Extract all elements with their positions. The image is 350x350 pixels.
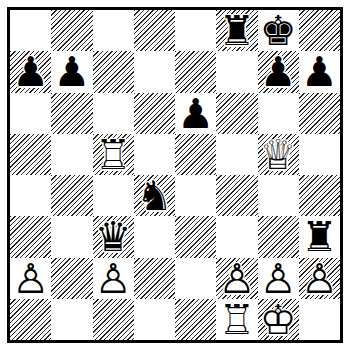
square-e5[interactable] [175,134,216,175]
square-g4[interactable] [258,175,299,216]
square-c5[interactable]: ♜♖ [93,134,134,175]
square-b4[interactable] [51,175,92,216]
board-frame: ♜♚♟♟♟♟♟♜♖♛♕♞♛♜♟♙♟♙♟♙♟♙♟♙♜♖♚♔ [7,7,343,343]
square-g2[interactable]: ♟♙ [258,258,299,299]
square-d3[interactable] [134,216,175,257]
square-c8[interactable] [93,10,134,51]
piece-white-pawn[interactable]: ♙ [299,258,340,299]
square-d2[interactable] [134,258,175,299]
square-d6[interactable] [134,93,175,134]
square-b3[interactable] [51,216,92,257]
piece-black-pawn[interactable]: ♟ [299,51,340,92]
square-d5[interactable] [134,134,175,175]
chess-diagram: ♜♚♟♟♟♟♟♜♖♛♕♞♛♜♟♙♟♙♟♙♟♙♟♙♜♖♚♔ [0,0,350,350]
piece-black-knight[interactable]: ♞ [134,175,175,216]
piece-white-pawn[interactable]: ♙ [93,258,134,299]
square-d4[interactable]: ♞ [134,175,175,216]
square-f3[interactable] [216,216,257,257]
square-g1[interactable]: ♚♔ [258,299,299,340]
square-h6[interactable] [299,93,340,134]
piece-white-king[interactable]: ♔ [258,299,299,340]
piece-black-pawn[interactable]: ♟ [10,51,51,92]
square-e8[interactable] [175,10,216,51]
square-g3[interactable] [258,216,299,257]
square-e3[interactable] [175,216,216,257]
piece-white-rook[interactable]: ♖ [93,134,134,175]
square-h5[interactable] [299,134,340,175]
square-e6[interactable]: ♟ [175,93,216,134]
square-b7[interactable]: ♟ [51,51,92,92]
square-d7[interactable] [134,51,175,92]
square-g6[interactable] [258,93,299,134]
square-f8[interactable]: ♜ [216,10,257,51]
square-h3[interactable]: ♜ [299,216,340,257]
piece-white-pawn[interactable]: ♙ [216,258,257,299]
square-d1[interactable] [134,299,175,340]
chess-board: ♜♚♟♟♟♟♟♜♖♛♕♞♛♜♟♙♟♙♟♙♟♙♟♙♜♖♚♔ [10,10,340,340]
square-b8[interactable] [51,10,92,51]
square-a7[interactable]: ♟ [10,51,51,92]
square-h8[interactable] [299,10,340,51]
piece-black-pawn[interactable]: ♟ [258,51,299,92]
piece-black-pawn[interactable]: ♟ [51,51,92,92]
square-g7[interactable]: ♟ [258,51,299,92]
square-c3[interactable]: ♛ [93,216,134,257]
square-f1[interactable]: ♜♖ [216,299,257,340]
square-a5[interactable] [10,134,51,175]
square-g8[interactable]: ♚ [258,10,299,51]
square-a6[interactable] [10,93,51,134]
square-g5[interactable]: ♛♕ [258,134,299,175]
square-b5[interactable] [51,134,92,175]
square-h1[interactable] [299,299,340,340]
square-e4[interactable] [175,175,216,216]
square-a2[interactable]: ♟♙ [10,258,51,299]
square-b2[interactable] [51,258,92,299]
piece-black-pawn[interactable]: ♟ [175,93,216,134]
square-c1[interactable] [93,299,134,340]
square-d8[interactable] [134,10,175,51]
square-c4[interactable] [93,175,134,216]
square-a3[interactable] [10,216,51,257]
piece-black-queen[interactable]: ♛ [93,216,134,257]
square-c7[interactable] [93,51,134,92]
square-e1[interactable] [175,299,216,340]
square-e2[interactable] [175,258,216,299]
square-b6[interactable] [51,93,92,134]
square-f4[interactable] [216,175,257,216]
piece-black-king[interactable]: ♚ [258,10,299,51]
piece-black-rook[interactable]: ♜ [216,10,257,51]
square-h4[interactable] [299,175,340,216]
piece-black-rook[interactable]: ♜ [299,216,340,257]
square-a4[interactable] [10,175,51,216]
square-c2[interactable]: ♟♙ [93,258,134,299]
piece-white-queen[interactable]: ♕ [258,134,299,175]
square-f2[interactable]: ♟♙ [216,258,257,299]
square-a1[interactable] [10,299,51,340]
square-h7[interactable]: ♟ [299,51,340,92]
piece-white-pawn[interactable]: ♙ [10,258,51,299]
square-f5[interactable] [216,134,257,175]
square-a8[interactable] [10,10,51,51]
square-b1[interactable] [51,299,92,340]
piece-white-rook[interactable]: ♖ [216,299,257,340]
square-f6[interactable] [216,93,257,134]
piece-white-pawn[interactable]: ♙ [258,258,299,299]
square-f7[interactable] [216,51,257,92]
square-c6[interactable] [93,93,134,134]
square-e7[interactable] [175,51,216,92]
square-h2[interactable]: ♟♙ [299,258,340,299]
